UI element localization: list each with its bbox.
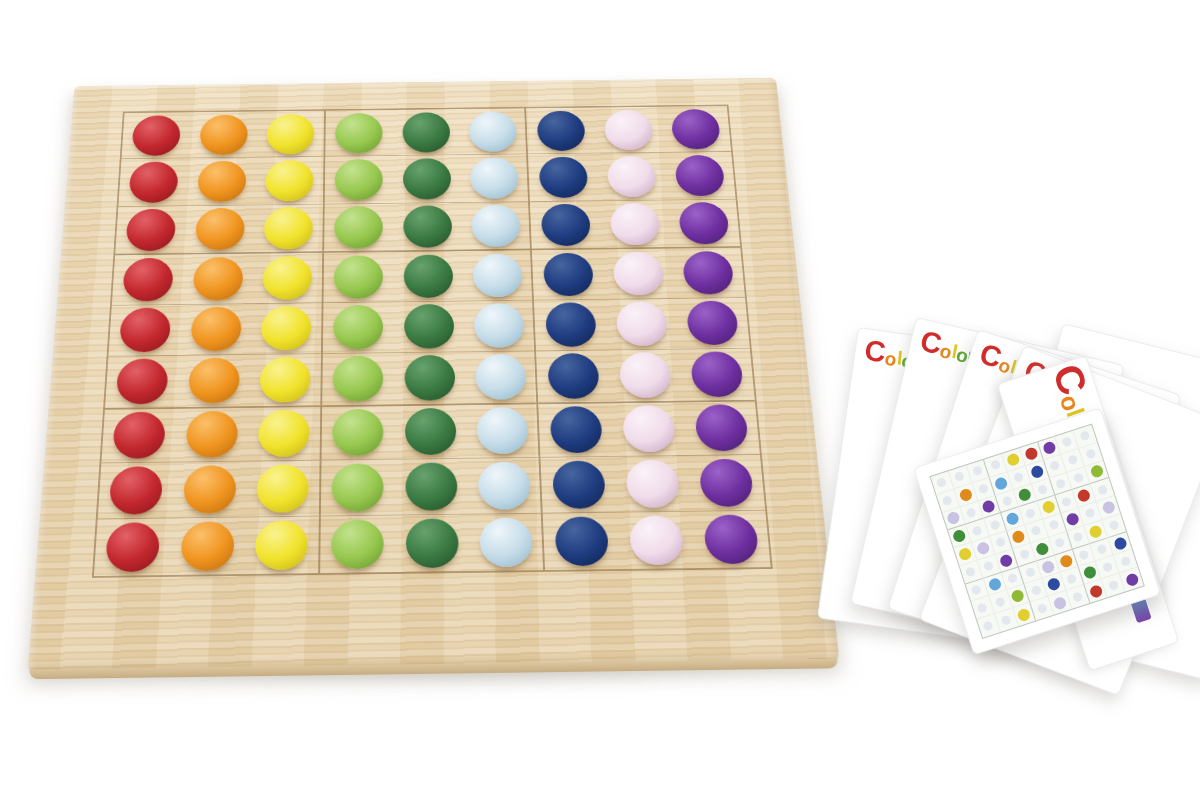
board-cell-r7c4[interactable] — [321, 406, 394, 461]
board-cell-r8c1[interactable] — [98, 463, 175, 519]
ball-dark-blue[interactable] — [552, 460, 606, 509]
ball-red[interactable] — [113, 412, 167, 459]
board-cell-r8c7[interactable] — [541, 457, 617, 513]
board-cell-r8c9[interactable] — [687, 455, 765, 511]
card-given-dot — [1082, 565, 1097, 580]
ball-purple[interactable] — [678, 202, 730, 245]
card-given-dot — [1011, 529, 1026, 544]
card-empty-dot — [1054, 537, 1065, 548]
card-empty-dot — [1102, 561, 1113, 572]
board-cell-r9c9[interactable] — [691, 510, 770, 568]
card-empty-dot — [972, 465, 983, 476]
ball-dark-green[interactable] — [404, 254, 454, 298]
board-cell-r2c3[interactable] — [256, 157, 325, 205]
board-cell-r2c7[interactable] — [528, 154, 598, 202]
ball-pink[interactable] — [628, 515, 684, 565]
ball-light-green[interactable] — [334, 206, 383, 249]
board-cell-r1c6[interactable] — [459, 108, 528, 155]
card-given-dot — [994, 476, 1009, 491]
board-cell-r6c5[interactable] — [394, 352, 467, 405]
card-empty-dot — [1061, 496, 1072, 507]
card-empty-dot — [977, 602, 988, 613]
ball-red[interactable] — [126, 209, 177, 252]
board-cell-r8c6[interactable] — [468, 458, 543, 514]
ball-light-green[interactable] — [335, 113, 383, 154]
board-cell-r2c4[interactable] — [324, 156, 393, 204]
board-cell-r5c5[interactable] — [394, 301, 466, 353]
ball-light-green[interactable] — [335, 159, 383, 201]
card-empty-dot — [1067, 454, 1078, 465]
board-cell-r7c3[interactable] — [248, 407, 322, 462]
card-given-dot — [1058, 553, 1073, 568]
card-given-dot — [958, 487, 973, 502]
board-cell-r1c9[interactable] — [660, 106, 731, 153]
card-given-dot — [1035, 541, 1050, 556]
ball-orange[interactable] — [195, 208, 245, 251]
card-given-dot — [1029, 464, 1044, 479]
card-empty-dot — [983, 561, 994, 572]
board-cell-r7c5[interactable] — [394, 405, 467, 460]
ball-purple[interactable] — [694, 405, 749, 452]
ball-dark-green[interactable] — [403, 205, 452, 248]
ball-light-green[interactable] — [334, 255, 383, 299]
ball-light-blue[interactable] — [471, 205, 521, 248]
ball-purple[interactable] — [690, 352, 744, 398]
board-cell-r4c9[interactable] — [671, 248, 745, 299]
card-given-dot — [1041, 440, 1056, 455]
card-given-dot — [1041, 500, 1056, 515]
ball-red[interactable] — [132, 115, 182, 156]
card-given-dot — [1089, 464, 1104, 479]
board-cell-r7c8[interactable] — [611, 402, 687, 457]
ball-pink[interactable] — [606, 156, 657, 198]
ball-red[interactable] — [105, 522, 160, 572]
board-cell-r9c8[interactable] — [617, 511, 695, 569]
board-cell-r8c3[interactable] — [246, 461, 321, 517]
ball-dark-green[interactable] — [405, 408, 457, 455]
board-cell-r8c5[interactable] — [394, 459, 468, 515]
board-cell-r4c1[interactable] — [112, 255, 185, 306]
card-empty-dot — [1001, 615, 1012, 626]
ball-red[interactable] — [129, 162, 179, 204]
photo-scene: Colorku Colorku Colorku Colorku Colorku — [0, 0, 1200, 802]
ball-orange[interactable] — [183, 465, 237, 514]
ball-pink[interactable] — [615, 302, 668, 347]
ball-light-green[interactable] — [333, 356, 384, 402]
card-empty-dot — [1066, 573, 1077, 584]
card-empty-dot — [1061, 436, 1072, 447]
ball-orange[interactable] — [181, 521, 235, 571]
board-cell-r3c1[interactable] — [115, 206, 187, 256]
board-cell-r1c1[interactable] — [121, 112, 191, 159]
board-cell-r8c8[interactable] — [614, 456, 691, 512]
ball-pink[interactable] — [625, 459, 680, 507]
ball-yellow[interactable] — [261, 306, 312, 351]
ball-light-blue[interactable] — [475, 354, 527, 400]
ball-purple[interactable] — [674, 155, 725, 196]
card-empty-dot — [965, 566, 976, 577]
card-empty-dot — [1025, 507, 1036, 518]
ball-light-green[interactable] — [333, 305, 383, 350]
card-empty-dot — [1109, 520, 1120, 531]
board-cell-r5c2[interactable] — [180, 304, 253, 356]
card-empty-dot — [1097, 484, 1108, 495]
board-cell-r3c9[interactable] — [667, 199, 740, 248]
ball-pink[interactable] — [603, 110, 653, 150]
ball-yellow[interactable] — [264, 207, 313, 250]
card-empty-dot — [978, 483, 989, 494]
card-given-dot — [999, 553, 1014, 568]
card-empty-dot — [1120, 555, 1131, 566]
board-cell-r9c7[interactable] — [543, 512, 620, 570]
ball-light-blue[interactable] — [472, 254, 522, 298]
card-given-dot — [1065, 512, 1080, 527]
card-given-dot — [1011, 589, 1026, 604]
board-cell-r7c7[interactable] — [539, 403, 614, 458]
ball-red[interactable] — [119, 308, 171, 353]
board-cell-r7c2[interactable] — [175, 408, 250, 463]
board-perspective-wrap — [28, 78, 840, 672]
ball-orange[interactable] — [200, 114, 249, 155]
card-given-dot — [1041, 559, 1056, 574]
ball-light-blue[interactable] — [470, 157, 519, 199]
board-cell-r3c4[interactable] — [324, 204, 393, 253]
card-given-dot — [1088, 524, 1103, 539]
card-empty-dot — [1108, 580, 1119, 591]
board-cell-r5c1[interactable] — [108, 305, 182, 357]
card-given-dot — [987, 576, 1002, 591]
card-given-dot — [1005, 511, 1020, 526]
board-cell-r3c5[interactable] — [393, 203, 463, 252]
card-empty-dot — [1049, 460, 1060, 471]
card-empty-dot — [1031, 525, 1042, 536]
card-empty-dot — [966, 507, 977, 518]
ball-dark-blue[interactable] — [543, 253, 594, 297]
puzzle-card-grid — [929, 424, 1144, 639]
ball-dark-blue[interactable] — [538, 157, 588, 199]
card-given-dot — [975, 541, 990, 556]
ball-dark-green[interactable] — [403, 158, 451, 200]
ball-orange[interactable] — [191, 307, 243, 352]
board-cell-r2c5[interactable] — [393, 155, 462, 203]
card-empty-dot — [1072, 531, 1083, 542]
ball-dark-green[interactable] — [404, 355, 455, 401]
board-cell-r3c6[interactable] — [462, 202, 533, 251]
ball-yellow[interactable] — [266, 114, 314, 155]
card-empty-dot — [971, 525, 982, 536]
board-cell-r7c1[interactable] — [101, 409, 177, 464]
board-cell-r9c1[interactable] — [94, 518, 172, 576]
card-empty-dot — [971, 584, 982, 595]
card-empty-dot — [1055, 478, 1066, 489]
ball-red[interactable] — [123, 258, 175, 302]
card-empty-dot — [1078, 549, 1089, 560]
card-given-dot — [1046, 577, 1061, 592]
board-cell-r1c7[interactable] — [526, 108, 596, 155]
ball-dark-blue[interactable] — [549, 406, 602, 453]
ball-orange[interactable] — [188, 358, 240, 404]
ball-light-green[interactable] — [331, 519, 384, 569]
board-cell-r2c1[interactable] — [118, 159, 189, 207]
ball-pink[interactable] — [622, 405, 676, 452]
board-cell-r6c4[interactable] — [322, 353, 394, 406]
card-given-dot — [1006, 452, 1021, 467]
card-empty-dot — [995, 596, 1006, 607]
board-cell-r7c9[interactable] — [683, 401, 760, 456]
card-empty-dot — [954, 471, 965, 482]
card-empty-dot — [1025, 567, 1036, 578]
board-cell-r9c6[interactable] — [469, 513, 545, 571]
board-cell-r2c8[interactable] — [596, 153, 667, 201]
card-given-dot — [1024, 446, 1039, 461]
card-empty-dot — [1049, 519, 1060, 530]
board-cell-r2c6[interactable] — [460, 155, 530, 203]
puzzle-card-stack: Colorku Colorku Colorku Colorku Colorku — [828, 283, 1200, 703]
card-given-dot — [946, 511, 961, 526]
card-empty-dot — [1001, 495, 1012, 506]
card-empty-dot — [989, 519, 1000, 530]
board-cell-r4c7[interactable] — [532, 250, 604, 301]
ball-dark-blue[interactable] — [547, 353, 600, 399]
board-cell-r4c4[interactable] — [323, 252, 393, 303]
ball-red[interactable] — [116, 359, 169, 405]
ball-yellow[interactable] — [255, 520, 309, 570]
card-given-dot — [982, 499, 997, 514]
card-empty-dot — [1073, 472, 1084, 483]
board-cell-r8c4[interactable] — [321, 460, 395, 516]
card-given-dot — [1101, 500, 1116, 515]
board-cell-r1c2[interactable] — [189, 111, 258, 158]
card-given-dot — [1017, 488, 1032, 503]
card-given-dot — [957, 547, 972, 562]
ball-purple[interactable] — [698, 458, 754, 506]
board-cell-r1c3[interactable] — [257, 111, 325, 158]
ball-light-blue[interactable] — [474, 303, 525, 348]
board-cell-r4c6[interactable] — [463, 251, 534, 302]
board-cell-r4c2[interactable] — [182, 254, 254, 305]
ball-dark-blue[interactable] — [554, 516, 609, 566]
card-empty-dot — [1037, 484, 1048, 495]
board-cell-r9c3[interactable] — [245, 516, 321, 574]
ball-light-blue[interactable] — [469, 111, 518, 152]
board-cell-r5c6[interactable] — [464, 300, 536, 352]
board-cell-r3c3[interactable] — [254, 204, 324, 253]
card-empty-dot — [1072, 591, 1083, 602]
board-cell-r5c3[interactable] — [251, 303, 323, 355]
ball-yellow[interactable] — [258, 410, 310, 457]
ball-orange[interactable] — [197, 161, 247, 203]
card-given-dot — [1052, 595, 1067, 610]
ball-pink[interactable] — [609, 203, 660, 246]
board-cell-r2c2[interactable] — [187, 158, 257, 206]
board-cell-r4c3[interactable] — [253, 253, 324, 304]
board-cell-r4c8[interactable] — [602, 249, 675, 300]
board-cell-r6c2[interactable] — [177, 355, 251, 408]
board-cell-r9c5[interactable] — [395, 514, 471, 572]
board-cell-r9c2[interactable] — [169, 517, 246, 575]
ball-yellow[interactable] — [260, 357, 311, 403]
ball-dark-green[interactable] — [405, 462, 457, 511]
board-cell-r6c9[interactable] — [679, 349, 755, 402]
board-cell-r1c8[interactable] — [593, 107, 663, 154]
wooden-board — [28, 78, 840, 672]
ball-light-green[interactable] — [332, 463, 384, 512]
card-given-dot — [1112, 536, 1127, 551]
board-cell-r9c4[interactable] — [320, 515, 395, 573]
card-empty-dot — [936, 477, 947, 488]
ball-yellow[interactable] — [262, 256, 312, 300]
board-cell-r5c7[interactable] — [534, 299, 607, 351]
ball-dark-green[interactable] — [402, 112, 450, 153]
card-given-dot — [1088, 584, 1103, 599]
card-empty-dot — [1013, 472, 1024, 483]
board-grid — [92, 105, 773, 578]
ball-yellow[interactable] — [256, 464, 309, 513]
card-empty-dot — [1036, 603, 1047, 614]
ball-dark-green[interactable] — [406, 518, 459, 568]
board-cell-r5c8[interactable] — [605, 299, 679, 351]
ball-dark-green[interactable] — [404, 304, 454, 349]
ball-dark-blue[interactable] — [545, 303, 597, 348]
ball-purple[interactable] — [670, 109, 721, 149]
ball-dark-blue[interactable] — [536, 110, 585, 151]
card-empty-dot — [995, 537, 1006, 548]
card-given-dot — [1077, 488, 1092, 503]
ball-light-blue[interactable] — [478, 461, 531, 510]
ball-red[interactable] — [109, 466, 164, 515]
board-cell-r6c8[interactable] — [608, 350, 683, 403]
ball-light-blue[interactable] — [479, 517, 533, 567]
card-empty-dot — [1007, 573, 1018, 584]
board-cell-r2c9[interactable] — [664, 152, 736, 200]
ball-purple[interactable] — [685, 301, 738, 346]
board-cell-r1c4[interactable] — [325, 110, 393, 157]
card-empty-dot — [1085, 448, 1096, 459]
board-cell-r6c3[interactable] — [250, 354, 323, 407]
ball-pink[interactable] — [612, 252, 664, 296]
board-cell-r3c8[interactable] — [599, 200, 671, 249]
ball-purple[interactable] — [681, 251, 734, 295]
board-cell-r8c2[interactable] — [172, 462, 248, 518]
ball-orange[interactable] — [186, 411, 239, 458]
board-cell-r1c5[interactable] — [392, 109, 460, 156]
board-cell-r7c6[interactable] — [466, 404, 540, 459]
card-given-dot — [1124, 572, 1139, 587]
ball-pink[interactable] — [618, 353, 671, 399]
card-empty-dot — [1084, 508, 1095, 519]
board-cell-r3c7[interactable] — [530, 201, 601, 250]
board-cell-r5c9[interactable] — [675, 298, 750, 350]
card-empty-dot — [1080, 430, 1091, 441]
card-empty-dot — [942, 495, 953, 506]
card-empty-dot — [1019, 549, 1030, 560]
ball-light-blue[interactable] — [476, 407, 529, 454]
card-empty-dot — [1030, 585, 1041, 596]
ball-purple[interactable] — [703, 514, 760, 564]
board-cell-r6c7[interactable] — [536, 351, 610, 404]
board-cell-r4c5[interactable] — [393, 251, 464, 302]
card-empty-dot — [990, 460, 1001, 471]
ball-light-green[interactable] — [332, 409, 383, 456]
board-cell-r5c4[interactable] — [323, 302, 394, 354]
board-cell-r6c6[interactable] — [465, 351, 538, 404]
card-given-dot — [1017, 607, 1032, 622]
card-empty-dot — [1096, 544, 1107, 555]
card-given-dot — [952, 529, 967, 544]
card-empty-dot — [983, 620, 994, 631]
ball-yellow[interactable] — [265, 160, 314, 202]
ball-dark-blue[interactable] — [540, 204, 591, 247]
board-cell-r3c2[interactable] — [185, 205, 256, 255]
ball-orange[interactable] — [193, 257, 244, 301]
board-cell-r6c1[interactable] — [105, 356, 180, 410]
